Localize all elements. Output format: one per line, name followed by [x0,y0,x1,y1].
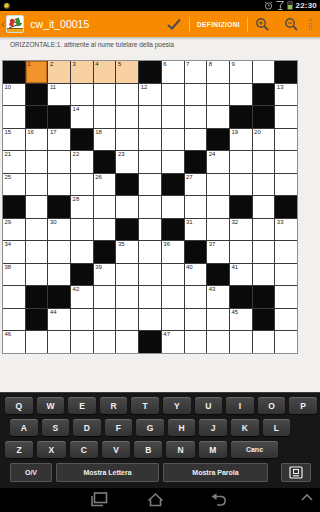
grid-cell[interactable]: 5 [116,61,138,83]
grid-cell[interactable]: 15 [3,129,25,151]
cell-number: 22 [73,151,80,158]
black-cell [48,106,70,128]
grid-cell[interactable]: 20 [253,129,275,151]
black-cell [71,264,93,286]
grid-cell[interactable] [94,219,116,241]
black-cell [230,286,252,308]
black-cell [139,61,161,83]
grid-cell[interactable] [94,196,116,218]
grid-cell[interactable] [185,106,207,128]
cell-number: 14 [73,106,80,113]
grid-cell[interactable] [162,196,184,218]
key-t[interactable]: T [131,397,159,414]
grid-cell[interactable] [116,84,138,106]
cell-number: 45 [231,309,238,316]
grid-cell[interactable] [94,286,116,308]
grid-cell[interactable] [275,286,297,308]
key-g[interactable]: G [136,419,164,436]
cell-number: 21 [5,151,12,158]
grid-cell[interactable]: 24 [207,151,229,173]
alarm-icon [264,1,273,10]
definitions-button[interactable]: DEFINIZIONI [190,11,247,37]
grid-cell[interactable] [139,174,161,196]
grid-cell[interactable] [207,84,229,106]
cell-number: 34 [5,241,12,248]
key-b[interactable]: B [134,441,162,458]
grid-cell[interactable] [48,241,70,263]
grid-cell[interactable] [275,129,297,151]
grid-cell[interactable] [139,196,161,218]
grid-cell[interactable] [3,286,25,308]
grid-cell[interactable] [71,219,93,241]
page-title: cw_it_00015 [30,18,89,30]
cell-number: 38 [5,264,12,271]
grid-cell[interactable] [116,106,138,128]
grid-cell[interactable] [162,151,184,173]
key-delete[interactable]: Canc [231,441,278,458]
grid-cell[interactable]: 8 [207,61,229,83]
grid-cell[interactable] [253,219,275,241]
grid-cell[interactable] [275,106,297,128]
back-icon[interactable] [210,492,228,507]
black-cell [26,286,48,308]
grid-cell[interactable] [253,174,275,196]
crossword-grid: 1234567891011121314151617181920212223242… [2,60,298,354]
grid-cell[interactable] [207,106,229,128]
grid-cell[interactable] [275,241,297,263]
grid-cell[interactable]: 19 [230,129,252,151]
grid-cell[interactable]: 39 [94,264,116,286]
grid-cell[interactable]: 43 [207,286,229,308]
grid-cell[interactable]: 35 [116,241,138,263]
cell-number: 36 [163,241,170,248]
black-cell [94,151,116,173]
hide-keyboard-icon [289,466,303,479]
key-n[interactable]: N [166,441,194,458]
grid-cell[interactable] [275,331,297,353]
grid-cell[interactable] [162,106,184,128]
grid-cell[interactable]: 11 [48,84,70,106]
grid-cell[interactable] [185,129,207,151]
grid-cell[interactable] [207,196,229,218]
grid-cell[interactable]: 30 [48,219,70,241]
cell-number: 28 [73,196,80,203]
key-j[interactable]: J [199,419,227,436]
cell-number: 46 [5,331,12,338]
grid-cell[interactable] [94,309,116,331]
cell-number: 10 [5,84,12,91]
cell-number: 1 [27,61,30,68]
grid-cell[interactable]: 10 [3,84,25,106]
cell-number: 15 [5,129,12,136]
zoom-out-icon [284,17,299,32]
grid-cell[interactable]: 4 [94,61,116,83]
grid-cell[interactable] [230,84,252,106]
cell-number: 31 [186,219,193,226]
grid-cell[interactable] [3,106,25,128]
black-cell [71,129,93,151]
action-bar: ‹ cw_it_00015 DEFINIZIONI [0,11,320,37]
cell-number: 32 [231,219,238,226]
grid-cell[interactable] [253,241,275,263]
grid-cell[interactable] [139,219,161,241]
grid-cell[interactable] [162,286,184,308]
check-icon [166,18,182,30]
key-o[interactable]: O [258,397,286,414]
grid-cell[interactable]: 13 [275,84,297,106]
grid-cell[interactable] [26,196,48,218]
keyboard-action-row: O/V Mostra Lettera Mostra Parola [0,463,320,482]
grid-cell[interactable]: 21 [3,151,25,173]
cell-number: 30 [50,219,57,226]
cell-number: 29 [5,219,12,226]
black-cell [116,219,138,241]
grid-cell[interactable] [139,241,161,263]
cell-number: 8 [209,61,212,68]
black-cell [207,129,229,151]
grid-cell[interactable] [71,174,93,196]
cell-number: 20 [254,129,261,136]
orientation-toggle-button[interactable]: O/V [10,463,52,482]
grid-cell[interactable] [253,331,275,353]
black-cell [207,264,229,286]
black-cell [253,106,275,128]
grid-cell[interactable] [3,309,25,331]
black-cell [26,106,48,128]
grid-cell[interactable]: 23 [116,151,138,173]
grid-cell[interactable]: 34 [3,241,25,263]
key-s[interactable]: S [42,419,70,436]
grid-cell[interactable] [207,331,229,353]
black-cell [48,196,70,218]
key-k[interactable]: K [231,419,259,436]
key-q[interactable]: Q [5,397,33,414]
cell-number: 9 [231,61,234,68]
grid-cell[interactable] [116,286,138,308]
grid-cell[interactable]: 38 [3,264,25,286]
cell-number: 4 [95,61,98,68]
chevron-up-icon[interactable] [300,492,314,502]
grid-cell[interactable] [26,219,48,241]
grid-cell[interactable] [26,331,48,353]
grid-cell[interactable] [94,331,116,353]
grid-cell[interactable]: 18 [94,129,116,151]
grid-cell[interactable] [253,61,275,83]
cell-number: 47 [163,331,170,338]
zoom-in-icon [255,17,270,32]
cell-number: 23 [118,151,125,158]
grid-cell[interactable] [26,241,48,263]
cell-number: 2 [50,61,53,68]
key-m[interactable]: M [199,441,227,458]
grid-cell[interactable]: 14 [71,106,93,128]
zoom-in-button[interactable] [248,11,277,37]
grid-cell[interactable] [116,309,138,331]
grid-cell[interactable] [48,151,70,173]
grid-cell[interactable]: 9 [230,61,252,83]
black-cell [162,219,184,241]
grid-cell[interactable] [185,84,207,106]
key-v[interactable]: V [102,441,130,458]
recents-icon[interactable] [90,492,108,507]
grid-cell[interactable] [207,174,229,196]
clue-text: ORIZZONTALE:1. attinente al nume tutelar… [10,41,312,48]
cell-number: 25 [5,174,12,181]
cell-number: 16 [27,129,34,136]
signal-icon [276,1,284,10]
grid-cell[interactable] [230,241,252,263]
grid-cell[interactable] [94,106,116,128]
grid-cell[interactable]: 45 [230,309,252,331]
app-screen: 22:30 ‹ cw_it_00015 DEFINIZIONI [0,0,320,512]
show-letter-button[interactable]: Mostra Lettera [56,463,159,482]
cell-number: 40 [186,264,193,271]
key-x[interactable]: X [37,441,65,458]
zoom-out-button[interactable] [277,11,306,37]
cell-number: 41 [231,264,238,271]
key-y[interactable]: Y [163,397,191,414]
black-cell [230,196,252,218]
grid-cell[interactable]: 31 [185,219,207,241]
black-cell [3,196,25,218]
cell-number: 44 [50,309,57,316]
cell-number: 11 [50,84,56,91]
grid-cell[interactable] [162,264,184,286]
grid-cell[interactable] [71,309,93,331]
keyboard-row-3: ZXCVBNMCanc [0,441,320,458]
grid-cell[interactable]: 26 [94,174,116,196]
key-p[interactable]: P [289,397,317,414]
key-a[interactable]: A [10,419,38,436]
cell-number: 13 [277,84,284,91]
key-r[interactable]: R [100,397,128,414]
grid-cell[interactable] [116,264,138,286]
grid-cell[interactable]: 17 [48,129,70,151]
grid-cell[interactable] [275,309,297,331]
grid-cell[interactable] [139,309,161,331]
key-e[interactable]: E [68,397,96,414]
grid-cell[interactable]: 33 [275,219,297,241]
grid-cell[interactable]: 32 [230,219,252,241]
check-solution-button[interactable] [159,11,189,37]
key-w[interactable]: W [37,397,65,414]
grid-cell[interactable]: 47 [162,331,184,353]
action-bar-shadow [0,37,320,40]
key-d[interactable]: D [73,419,101,436]
key-l[interactable]: L [263,419,291,436]
grid-cell[interactable] [71,241,93,263]
grid-cell[interactable] [116,129,138,151]
cell-number: 12 [141,84,148,91]
grid-cell[interactable] [139,151,161,173]
hide-keyboard-button[interactable] [281,463,311,482]
grid-cell[interactable] [116,196,138,218]
black-cell [185,241,207,263]
notification-icon [3,2,11,10]
cell-number: 7 [186,61,189,68]
grid-cell[interactable] [185,286,207,308]
cell-number: 5 [118,61,121,68]
grid-cell[interactable] [26,151,48,173]
cell-number: 3 [73,61,76,68]
grid-cell[interactable] [48,264,70,286]
grid-cell[interactable]: 2 [48,61,70,83]
grid-cell[interactable] [139,286,161,308]
black-cell [275,196,297,218]
android-nav-bar [0,488,320,512]
grid-cell[interactable] [71,331,93,353]
cell-number: 39 [95,264,102,271]
black-cell [3,61,25,83]
grid-cell[interactable] [185,331,207,353]
grid-cell[interactable]: 36 [162,241,184,263]
grid-cell[interactable] [230,331,252,353]
grid-cell[interactable]: 7 [185,61,207,83]
grid-cell[interactable] [185,309,207,331]
grid-cell[interactable] [275,151,297,173]
grid-cell[interactable]: 3 [71,61,93,83]
black-cell [139,331,161,353]
black-cell [230,106,252,128]
grid-cell[interactable]: 22 [71,151,93,173]
cell-number: 24 [209,151,216,158]
grid-cell[interactable]: 27 [185,174,207,196]
black-cell [26,309,48,331]
key-z[interactable]: Z [5,441,33,458]
status-clock: 22:30 [296,1,317,10]
grid-cell[interactable] [207,309,229,331]
cell-number: 18 [95,129,102,136]
black-cell [275,61,297,83]
key-u[interactable]: U [195,397,223,414]
app-icon[interactable] [6,15,24,33]
grid-cell[interactable] [230,174,252,196]
black-cell [185,151,207,173]
grid-cell[interactable] [94,84,116,106]
home-icon[interactable] [146,492,165,507]
black-cell [253,286,275,308]
onscreen-keyboard: QWERTYUIOP ASDFGHJKL ZXCVBNMCanc O/V Mos… [0,392,320,488]
back-caret-icon[interactable]: ‹ [1,16,5,31]
black-cell [48,286,70,308]
grid-cell[interactable]: 41 [230,264,252,286]
grid-cell[interactable]: 40 [185,264,207,286]
black-cell [116,174,138,196]
cell-number: 42 [73,286,80,293]
grid-cell[interactable]: 44 [48,309,70,331]
cell-number: 6 [163,61,166,68]
black-cell [162,174,184,196]
grid-cell[interactable]: 12 [139,84,161,106]
overflow-menu-icon[interactable] [306,18,315,30]
key-i[interactable]: I [226,397,254,414]
grid-cell[interactable]: 46 [3,331,25,353]
grid-cell[interactable]: 6 [162,61,184,83]
cell-number: 37 [209,241,216,248]
grid-cell[interactable] [275,174,297,196]
cell-number: 35 [118,241,125,248]
grid-cell[interactable]: 28 [71,196,93,218]
grid-cell[interactable] [26,174,48,196]
cell-number: 33 [277,219,284,226]
show-word-button[interactable]: Mostra Parola [163,463,268,482]
grid-cell[interactable] [116,331,138,353]
black-cell [26,84,48,106]
grid-cell[interactable] [48,331,70,353]
keyboard-row-1: QWERTYUIOP [0,397,320,414]
grid-cell[interactable] [185,196,207,218]
grid-cell[interactable] [139,106,161,128]
grid-cell[interactable]: 29 [3,219,25,241]
keyboard-row-2: ASDFGHJKL [0,419,320,436]
grid-cell[interactable] [48,174,70,196]
grid-cell[interactable] [162,309,184,331]
grid-cell[interactable] [253,196,275,218]
grid-cell[interactable] [230,151,252,173]
battery-icon [287,1,293,10]
cell-number: 27 [186,174,193,181]
grid-cell[interactable] [26,264,48,286]
cell-number: 19 [231,129,238,136]
grid-cell[interactable]: 37 [207,241,229,263]
key-f[interactable]: F [105,419,133,436]
grid-cell[interactable] [139,129,161,151]
grid-cell[interactable]: 1 [26,61,48,83]
black-cell [253,84,275,106]
grid-cell[interactable]: 42 [71,286,93,308]
grid-cell[interactable] [253,151,275,173]
grid-cell[interactable] [162,129,184,151]
cell-number: 26 [95,174,102,181]
grid-cell[interactable] [162,84,184,106]
key-h[interactable]: H [168,419,196,436]
grid-cell[interactable] [71,84,93,106]
grid-cell[interactable]: 16 [26,129,48,151]
black-cell [94,241,116,263]
grid-cell[interactable] [275,264,297,286]
cell-number: 43 [209,286,216,293]
cell-number: 17 [50,129,57,136]
grid-cell[interactable] [253,264,275,286]
grid-cell[interactable] [207,219,229,241]
grid-cell[interactable] [139,264,161,286]
grid-cell[interactable]: 25 [3,174,25,196]
key-c[interactable]: C [70,441,98,458]
black-cell [253,309,275,331]
status-bar: 22:30 [0,0,320,11]
